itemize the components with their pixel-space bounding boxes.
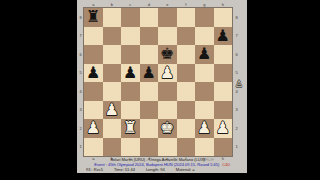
square-a6 [84, 45, 103, 64]
square-h7: ♟ [214, 27, 233, 46]
square-b5 [103, 64, 122, 83]
rank-label-6: 6 [234, 45, 239, 64]
rank-label-6: 6 [78, 45, 83, 64]
square-a7 [84, 27, 103, 46]
square-d2 [140, 119, 159, 138]
status-token-3: Material: = [176, 167, 195, 172]
rank-labels-left: 87654321 [78, 8, 83, 156]
square-a1 [84, 138, 103, 157]
white-pawn-g2: ♟ [195, 119, 214, 138]
square-c4 [121, 82, 140, 101]
square-h2: ♟ [214, 119, 233, 138]
square-d5: ♟ [140, 64, 159, 83]
rank-label-7: 7 [78, 27, 83, 46]
square-h8 [214, 8, 233, 27]
square-d4 [140, 82, 159, 101]
square-f3 [177, 101, 196, 120]
rank-label-4: 4 [78, 82, 83, 101]
square-a5: ♟ [84, 64, 103, 83]
file-label-c: c [121, 2, 140, 7]
square-c6 [121, 45, 140, 64]
status-line: 93 : Rxc5Time: 51:44Length: 94Material: … [77, 168, 247, 173]
square-h3 [214, 101, 233, 120]
white-pawn-h2: ♟ [214, 119, 233, 138]
black-pawn-a5: ♟ [84, 64, 103, 83]
square-e7 [158, 27, 177, 46]
status-token-0: 93 : Rxc5 [86, 167, 103, 172]
square-b1 [103, 138, 122, 157]
square-e5: ♟ [158, 64, 177, 83]
square-b8 [103, 8, 122, 27]
square-d7 [140, 27, 159, 46]
rank-label-8: 8 [78, 8, 83, 27]
square-d3 [140, 101, 159, 120]
square-h1 [214, 138, 233, 157]
file-label-b: b [103, 2, 122, 7]
rank-label-5: 5 [78, 64, 83, 83]
square-g8 [195, 8, 214, 27]
square-b6 [103, 45, 122, 64]
rank-label-3: 3 [78, 101, 83, 120]
square-c1 [121, 138, 140, 157]
square-g3 [195, 101, 214, 120]
white-pawn-b3: ♟ [103, 101, 122, 120]
square-a4 [84, 82, 103, 101]
square-h4 [214, 82, 233, 101]
square-a8: ♜ [84, 8, 103, 27]
square-c3 [121, 101, 140, 120]
rank-label-1: 1 [234, 138, 239, 157]
white-pawn-side-to-move-icon: ♙ [233, 78, 245, 90]
black-pawn-c5: ♟ [121, 64, 140, 83]
rank-label-8: 8 [234, 8, 239, 27]
square-f1 [177, 138, 196, 157]
rank-label-1: 1 [78, 138, 83, 157]
file-label-h: h [214, 2, 233, 7]
square-f7 [177, 27, 196, 46]
white-king-e2: ♚ [158, 119, 177, 138]
square-c2: ♜ [121, 119, 140, 138]
file-label-g: g [195, 2, 214, 7]
square-b3: ♟ [103, 101, 122, 120]
square-e4 [158, 82, 177, 101]
square-g2: ♟ [195, 119, 214, 138]
square-g4 [195, 82, 214, 101]
square-f4 [177, 82, 196, 101]
square-e8 [158, 8, 177, 27]
square-a2: ♟ [84, 119, 103, 138]
square-f5 [177, 64, 196, 83]
black-pawn-h7: ♟ [214, 27, 233, 46]
square-e3 [158, 101, 177, 120]
board-panel: abcdefgh 87654321 87654321 abcdefgh ♜♟♚♟… [77, 0, 247, 173]
status-token-2: Length: 94 [146, 167, 165, 172]
file-label-e: e [158, 2, 177, 7]
square-c8 [121, 8, 140, 27]
square-h5 [214, 64, 233, 83]
file-label-d: d [140, 2, 159, 7]
square-e6: ♚ [158, 45, 177, 64]
square-g5 [195, 64, 214, 83]
square-d1 [140, 138, 159, 157]
square-g1 [195, 138, 214, 157]
file-label-f: f [177, 2, 196, 7]
square-c7 [121, 27, 140, 46]
video-frame: abcdefgh 87654321 87654321 abcdefgh ♜♟♚♟… [0, 0, 320, 180]
square-h6 [214, 45, 233, 64]
file-labels-top: abcdefgh [84, 2, 232, 7]
square-b2 [103, 119, 122, 138]
square-f6 [177, 45, 196, 64]
black-rook-a8: ♜ [84, 8, 103, 27]
square-g7 [195, 27, 214, 46]
rank-label-7: 7 [234, 27, 239, 46]
square-a3 [84, 101, 103, 120]
rank-label-2: 2 [234, 119, 239, 138]
square-c5: ♟ [121, 64, 140, 83]
square-f2 [177, 119, 196, 138]
square-g6: ♟ [195, 45, 214, 64]
rank-label-3: 3 [234, 101, 239, 120]
square-d8 [140, 8, 159, 27]
eco-code: C40 [222, 162, 229, 167]
square-d6 [140, 45, 159, 64]
white-pawn-e5: ♟ [158, 64, 177, 83]
square-e2: ♚ [158, 119, 177, 138]
white-rook-c2: ♜ [121, 119, 140, 138]
black-pawn-d5: ♟ [140, 64, 159, 83]
chess-board: ♜♟♚♟♟♟♟♟♟♟♜♚♟♟ [84, 8, 232, 156]
status-token-1: Time: 51:44 [114, 167, 135, 172]
white-pawn-a2: ♟ [84, 119, 103, 138]
black-pawn-g6: ♟ [195, 45, 214, 64]
square-b7 [103, 27, 122, 46]
square-b4 [103, 82, 122, 101]
square-f8 [177, 8, 196, 27]
rank-label-2: 2 [78, 119, 83, 138]
black-king-e6: ♚ [158, 45, 177, 64]
game-caption: Solari Martin (URU) - Ortega Amarelle Ma… [77, 158, 247, 172]
square-e1 [158, 138, 177, 157]
